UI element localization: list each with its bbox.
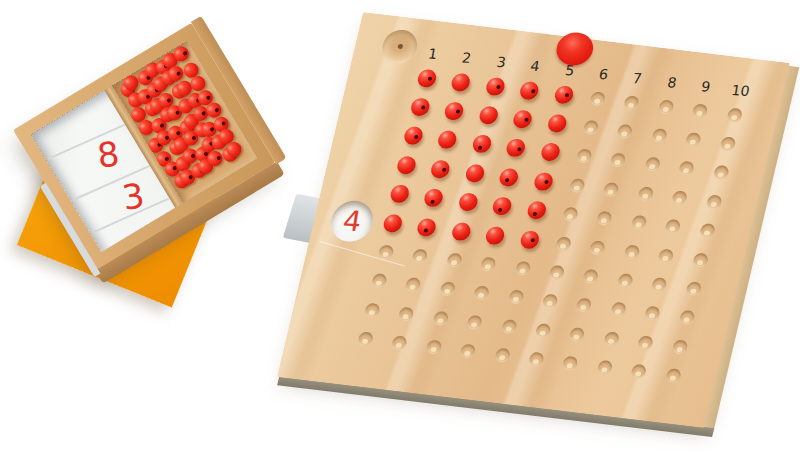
column-label-9: 9 <box>692 78 721 95</box>
column-label-1: 1 <box>418 45 447 62</box>
multiplication-board: 12345678910 4 <box>277 12 790 428</box>
column-label-7: 7 <box>623 70 652 87</box>
number-card-3[interactable]: 3 <box>111 177 156 217</box>
column-label-4: 4 <box>521 57 550 74</box>
column-label-8: 8 <box>658 74 687 91</box>
multiplicand-value: 4 <box>341 207 364 236</box>
column-label-10: 10 <box>726 82 755 99</box>
column-label-6: 6 <box>589 66 618 83</box>
column-label-2: 2 <box>453 49 482 66</box>
scene: 8 3 12345678910 4 <box>0 0 800 462</box>
column-label-3: 3 <box>487 53 516 70</box>
number-card-8[interactable]: 8 <box>86 135 130 174</box>
